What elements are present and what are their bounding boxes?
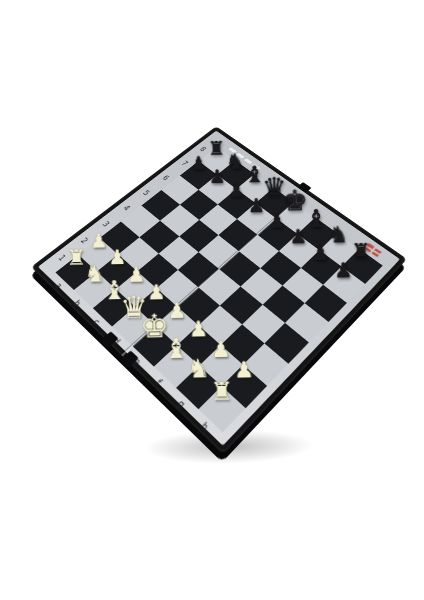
rank-label-6: 6 [161, 175, 169, 182]
rank-label-3: 3 [100, 221, 109, 228]
board-silver-face: abcdefgh 12345678 [38, 131, 400, 446]
file-label-g: g [175, 400, 186, 410]
file-label-c: c [91, 318, 101, 326]
rank-label-8: 8 [198, 147, 206, 153]
photo-rotation-wrapper: abcdefgh 12345678 ♜♞♝♛♚♝♞♜♟♟♟♟♟♟♟♟♟♟♟♟♟♟… [0, 0, 424, 600]
product-photo-scene: abcdefgh 12345678 ♜♞♝♛♚♝♞♜♟♟♟♟♟♟♟♟♟♟♟♟♟♟… [0, 0, 424, 600]
file-label-f: f [154, 379, 163, 387]
board-grid [56, 147, 383, 432]
rank-label-5: 5 [141, 190, 150, 197]
file-label-h: h [199, 422, 210, 433]
rank-label-7: 7 [180, 161, 188, 167]
file-label-a: a [53, 282, 63, 290]
rank-label-1: 1 [57, 254, 66, 262]
rank-label-2: 2 [79, 237, 88, 245]
chess-board: abcdefgh 12345678 [31, 126, 407, 454]
rank-label-4: 4 [121, 205, 130, 212]
file-label-b: b [72, 300, 82, 309]
